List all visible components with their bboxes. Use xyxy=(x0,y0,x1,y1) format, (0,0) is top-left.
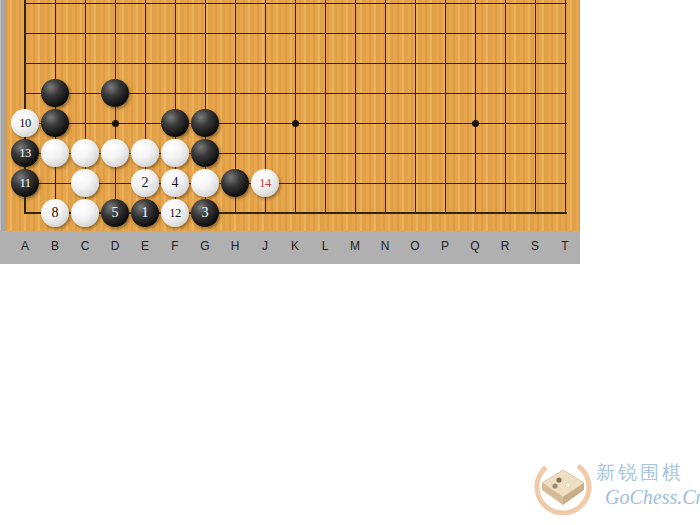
board-point-T6 xyxy=(550,48,580,78)
board-point-O7 xyxy=(400,18,430,48)
board-point-E2: 2 xyxy=(130,168,160,198)
board-point-H3 xyxy=(220,138,250,168)
black-stone-G4 xyxy=(191,109,219,137)
board-point-E3 xyxy=(130,138,160,168)
board-point-E7 xyxy=(130,18,160,48)
coord-label-A: A xyxy=(10,231,40,264)
board-point-B3 xyxy=(40,138,70,168)
board-point-O8 xyxy=(400,0,430,18)
white-stone-F2: 4 xyxy=(161,169,189,197)
board-point-N2 xyxy=(370,168,400,198)
white-stone-G2 xyxy=(191,169,219,197)
board-point-Q1 xyxy=(460,198,490,228)
board-point-G5 xyxy=(190,78,220,108)
coord-label-P: P xyxy=(430,231,460,264)
board-point-A8 xyxy=(10,0,40,18)
board-point-N1 xyxy=(370,198,400,228)
board-point-L2 xyxy=(310,168,340,198)
board-point-A7 xyxy=(10,18,40,48)
coord-label-O: O xyxy=(400,231,430,264)
watermark-site-name-en: GoChess.Cn xyxy=(605,486,700,509)
white-stone-F1: 12 xyxy=(161,199,189,227)
board-point-H2 xyxy=(220,168,250,198)
move-number: 13 xyxy=(19,147,31,160)
board-point-B1: 8 xyxy=(40,198,70,228)
board-point-H4 xyxy=(220,108,250,138)
white-stone-D3 xyxy=(101,139,129,167)
go-board-diagram: 1013112414851123 ABCDEFGHJKLMNOPQRST xyxy=(0,0,580,264)
board-point-R1 xyxy=(490,198,520,228)
board-point-J8 xyxy=(250,0,280,18)
board-point-L5 xyxy=(310,78,340,108)
board-point-H1 xyxy=(220,198,250,228)
white-stone-J2: 14 xyxy=(251,169,279,197)
board-point-K5 xyxy=(280,78,310,108)
white-stone-C3 xyxy=(71,139,99,167)
board-point-L1 xyxy=(310,198,340,228)
board-point-B7 xyxy=(40,18,70,48)
board-point-T1 xyxy=(550,198,580,228)
move-number: 14 xyxy=(259,177,271,190)
coord-label-J: J xyxy=(250,231,280,264)
board-point-L3 xyxy=(310,138,340,168)
board-point-S7 xyxy=(520,18,550,48)
board-point-P1 xyxy=(430,198,460,228)
board-point-C1 xyxy=(70,198,100,228)
board-point-S8 xyxy=(520,0,550,18)
board-grid: 1013112414851123 xyxy=(10,0,580,228)
black-stone-G1: 3 xyxy=(191,199,219,227)
move-number: 2 xyxy=(142,176,149,190)
coord-label-F: F xyxy=(160,231,190,264)
board-point-S2 xyxy=(520,168,550,198)
board-point-S6 xyxy=(520,48,550,78)
board-point-B6 xyxy=(40,48,70,78)
board-point-H7 xyxy=(220,18,250,48)
coord-label-Q: Q xyxy=(460,231,490,264)
board-point-G6 xyxy=(190,48,220,78)
board-point-P6 xyxy=(430,48,460,78)
move-number: 11 xyxy=(19,177,30,190)
board-point-Q3 xyxy=(460,138,490,168)
board-point-Q7 xyxy=(460,18,490,48)
move-number: 5 xyxy=(112,206,119,220)
watermark: 新锐围棋 GoChess.Cn xyxy=(533,455,698,520)
board-point-A4: 10 xyxy=(10,108,40,138)
coordinate-labels: ABCDEFGHJKLMNOPQRST xyxy=(10,231,580,264)
board-point-O6 xyxy=(400,48,430,78)
board-point-A6 xyxy=(10,48,40,78)
board-point-G3 xyxy=(190,138,220,168)
white-stone-F3 xyxy=(161,139,189,167)
board-point-F2: 4 xyxy=(160,168,190,198)
board-point-O5 xyxy=(400,78,430,108)
board-point-C8 xyxy=(70,0,100,18)
board-point-T7 xyxy=(550,18,580,48)
board-point-P7 xyxy=(430,18,460,48)
black-stone-F4 xyxy=(161,109,189,137)
board-point-H8 xyxy=(220,0,250,18)
board-point-G2 xyxy=(190,168,220,198)
board-point-B2 xyxy=(40,168,70,198)
coord-label-G: G xyxy=(190,231,220,264)
board-point-N5 xyxy=(370,78,400,108)
board-point-K8 xyxy=(280,0,310,18)
white-stone-C1 xyxy=(71,199,99,227)
board-point-K6 xyxy=(280,48,310,78)
board-point-F5 xyxy=(160,78,190,108)
board-point-F7 xyxy=(160,18,190,48)
watermark-site-name-cn: 新锐围棋 xyxy=(596,460,696,486)
black-stone-H2 xyxy=(221,169,249,197)
board-point-N8 xyxy=(370,0,400,18)
board-point-N4 xyxy=(370,108,400,138)
board-point-O1 xyxy=(400,198,430,228)
white-stone-A4: 10 xyxy=(11,109,39,137)
board-point-O2 xyxy=(400,168,430,198)
board-point-M1 xyxy=(340,198,370,228)
white-stone-B1: 8 xyxy=(41,199,69,227)
board-point-D8 xyxy=(100,0,130,18)
coord-label-L: L xyxy=(310,231,340,264)
board-point-F3 xyxy=(160,138,190,168)
board-point-M5 xyxy=(340,78,370,108)
board-point-C3 xyxy=(70,138,100,168)
white-stone-E2: 2 xyxy=(131,169,159,197)
board-point-N6 xyxy=(370,48,400,78)
coord-label-C: C xyxy=(70,231,100,264)
board-point-P8 xyxy=(430,0,460,18)
board-point-R6 xyxy=(490,48,520,78)
board-point-K7 xyxy=(280,18,310,48)
coord-label-M: M xyxy=(340,231,370,264)
board-point-S1 xyxy=(520,198,550,228)
board-point-A1 xyxy=(10,198,40,228)
gochess-logo-icon xyxy=(533,457,593,517)
coord-label-T: T xyxy=(550,231,580,264)
white-stone-E3 xyxy=(131,139,159,167)
board-point-P4 xyxy=(430,108,460,138)
board-point-E5 xyxy=(130,78,160,108)
board-point-F8 xyxy=(160,0,190,18)
board-point-L7 xyxy=(310,18,340,48)
board-point-R4 xyxy=(490,108,520,138)
black-stone-G3 xyxy=(191,139,219,167)
board-point-K3 xyxy=(280,138,310,168)
board-point-K1 xyxy=(280,198,310,228)
board-point-R8 xyxy=(490,0,520,18)
board-point-J2: 14 xyxy=(250,168,280,198)
board-point-R2 xyxy=(490,168,520,198)
board-point-M2 xyxy=(340,168,370,198)
board-point-R5 xyxy=(490,78,520,108)
board-point-Q8 xyxy=(460,0,490,18)
board-point-D7 xyxy=(100,18,130,48)
move-number: 4 xyxy=(172,176,179,190)
board-point-C6 xyxy=(70,48,100,78)
board-point-L8 xyxy=(310,0,340,18)
board-point-S4 xyxy=(520,108,550,138)
board-point-J1 xyxy=(250,198,280,228)
board-point-R7 xyxy=(490,18,520,48)
black-stone-E1: 1 xyxy=(131,199,159,227)
board-point-D6 xyxy=(100,48,130,78)
board-point-M7 xyxy=(340,18,370,48)
board-point-A3: 13 xyxy=(10,138,40,168)
board-point-Q6 xyxy=(460,48,490,78)
board-point-N3 xyxy=(370,138,400,168)
board-point-O3 xyxy=(400,138,430,168)
board-point-P5 xyxy=(430,78,460,108)
coord-label-E: E xyxy=(130,231,160,264)
board-point-D4 xyxy=(100,108,130,138)
board-point-M8 xyxy=(340,0,370,18)
black-stone-A2: 11 xyxy=(11,169,39,197)
board-point-E8 xyxy=(130,0,160,18)
black-stone-D5 xyxy=(101,79,129,107)
board-point-C4 xyxy=(70,108,100,138)
move-number: 8 xyxy=(52,206,59,220)
board-point-T2 xyxy=(550,168,580,198)
black-stone-B5 xyxy=(41,79,69,107)
board-point-J5 xyxy=(250,78,280,108)
black-stone-A3: 13 xyxy=(11,139,39,167)
board-point-T4 xyxy=(550,108,580,138)
board-point-L6 xyxy=(310,48,340,78)
board-point-C5 xyxy=(70,78,100,108)
board-point-B8 xyxy=(40,0,70,18)
white-stone-B3 xyxy=(41,139,69,167)
coord-label-R: R xyxy=(490,231,520,264)
board-point-Q5 xyxy=(460,78,490,108)
board-point-J4 xyxy=(250,108,280,138)
board-point-G1: 3 xyxy=(190,198,220,228)
coord-label-S: S xyxy=(520,231,550,264)
move-number: 10 xyxy=(19,117,31,130)
move-number: 1 xyxy=(142,206,149,220)
board-point-A5 xyxy=(10,78,40,108)
board-point-P3 xyxy=(430,138,460,168)
board-point-D3 xyxy=(100,138,130,168)
board-point-K2 xyxy=(280,168,310,198)
board-point-T8 xyxy=(550,0,580,18)
coord-label-K: K xyxy=(280,231,310,264)
board-point-M6 xyxy=(340,48,370,78)
board-point-E4 xyxy=(130,108,160,138)
board-point-O4 xyxy=(400,108,430,138)
board-point-E1: 1 xyxy=(130,198,160,228)
board-point-H6 xyxy=(220,48,250,78)
board-point-M4 xyxy=(340,108,370,138)
board-point-B4 xyxy=(40,108,70,138)
board-point-R3 xyxy=(490,138,520,168)
board-point-C7 xyxy=(70,18,100,48)
board-point-D5 xyxy=(100,78,130,108)
board-point-F4 xyxy=(160,108,190,138)
board-point-L4 xyxy=(310,108,340,138)
board-point-D1: 5 xyxy=(100,198,130,228)
board-point-J7 xyxy=(250,18,280,48)
board-point-K4 xyxy=(280,108,310,138)
board-point-F6 xyxy=(160,48,190,78)
board-point-J6 xyxy=(250,48,280,78)
black-stone-D1: 5 xyxy=(101,199,129,227)
board-point-G7 xyxy=(190,18,220,48)
black-stone-B4 xyxy=(41,109,69,137)
board-point-S3 xyxy=(520,138,550,168)
board-point-S5 xyxy=(520,78,550,108)
board-point-H5 xyxy=(220,78,250,108)
coord-label-N: N xyxy=(370,231,400,264)
move-number: 12 xyxy=(169,207,181,220)
coord-label-D: D xyxy=(100,231,130,264)
board-point-T3 xyxy=(550,138,580,168)
board-point-N7 xyxy=(370,18,400,48)
board-point-Q2 xyxy=(460,168,490,198)
board-point-T5 xyxy=(550,78,580,108)
move-number: 3 xyxy=(202,206,209,220)
board-point-G8 xyxy=(190,0,220,18)
coord-label-H: H xyxy=(220,231,250,264)
white-stone-C2 xyxy=(71,169,99,197)
board-point-C2 xyxy=(70,168,100,198)
board-point-P2 xyxy=(430,168,460,198)
board-point-A2: 11 xyxy=(10,168,40,198)
board-point-M3 xyxy=(340,138,370,168)
board-point-G4 xyxy=(190,108,220,138)
board-point-F1: 12 xyxy=(160,198,190,228)
board-point-E6 xyxy=(130,48,160,78)
board-point-B5 xyxy=(40,78,70,108)
coord-label-B: B xyxy=(40,231,70,264)
board-point-D2 xyxy=(100,168,130,198)
board-point-Q4 xyxy=(460,108,490,138)
board-point-J3 xyxy=(250,138,280,168)
